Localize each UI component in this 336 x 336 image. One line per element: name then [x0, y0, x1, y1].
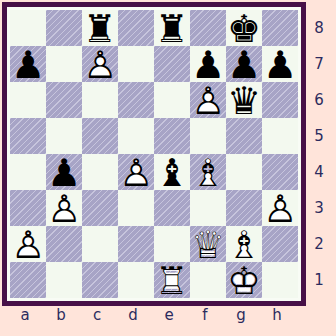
square-f1[interactable]: [190, 262, 226, 298]
square-f7[interactable]: ♟: [190, 46, 226, 82]
square-e2[interactable]: [154, 226, 190, 262]
file-label-b: b: [43, 302, 79, 328]
square-a1[interactable]: [10, 262, 46, 298]
piece-white-pawn[interactable]: ♟♙: [83, 46, 117, 82]
square-e5[interactable]: [154, 118, 190, 154]
square-d7[interactable]: [118, 46, 154, 82]
piece-black-pawn[interactable]: ♟: [47, 154, 81, 190]
piece-white-bishop[interactable]: ♝♗: [227, 226, 261, 262]
square-a5[interactable]: [10, 118, 46, 154]
file-label-c: c: [79, 302, 115, 328]
piece-outline: ♔: [227, 262, 261, 298]
square-g8[interactable]: ♚: [226, 10, 262, 46]
square-h3[interactable]: ♟♙: [262, 190, 298, 226]
piece-outline: ♖: [155, 262, 189, 298]
square-f3[interactable]: [190, 190, 226, 226]
square-g7[interactable]: ♟: [226, 46, 262, 82]
square-h8[interactable]: [262, 10, 298, 46]
rank-label-4: 4: [306, 154, 332, 190]
square-g2[interactable]: ♝♗: [226, 226, 262, 262]
square-a8[interactable]: [10, 10, 46, 46]
piece-outline: ♙: [47, 190, 81, 226]
square-h7[interactable]: ♟: [262, 46, 298, 82]
file-labels: abcdefgh: [7, 302, 295, 328]
piece-black-pawn[interactable]: ♟: [263, 46, 297, 82]
square-g3[interactable]: [226, 190, 262, 226]
square-h5[interactable]: [262, 118, 298, 154]
rank-label-2: 2: [306, 226, 332, 262]
piece-black-bishop[interactable]: ♝: [155, 154, 189, 190]
file-label-h: h: [259, 302, 295, 328]
piece-white-rook[interactable]: ♜♖: [155, 262, 189, 298]
square-b2[interactable]: [46, 226, 82, 262]
square-f8[interactable]: [190, 10, 226, 46]
piece-outline: ♙: [263, 190, 297, 226]
square-f6[interactable]: ♟♙: [190, 82, 226, 118]
square-h2[interactable]: [262, 226, 298, 262]
file-label-d: d: [115, 302, 151, 328]
piece-black-rook[interactable]: ♜: [83, 10, 117, 46]
piece-white-pawn[interactable]: ♟♙: [191, 82, 225, 118]
piece-white-pawn[interactable]: ♟♙: [263, 190, 297, 226]
piece-white-pawn[interactable]: ♟♙: [47, 190, 81, 226]
square-c8[interactable]: ♜: [82, 10, 118, 46]
square-h6[interactable]: [262, 82, 298, 118]
square-b6[interactable]: [46, 82, 82, 118]
square-c1[interactable]: [82, 262, 118, 298]
piece-black-pawn[interactable]: ♟: [191, 46, 225, 82]
square-d2[interactable]: [118, 226, 154, 262]
square-c6[interactable]: [82, 82, 118, 118]
square-h4[interactable]: [262, 154, 298, 190]
chess-diagram: ♜♜♚♟♟♙♟♟♟♟♙♛♟♟♙♝♝♗♟♙♟♙♟♙♛♕♝♗♜♖♚♔ abcdefg…: [0, 0, 336, 336]
piece-outline: ♙: [119, 154, 153, 190]
square-g5[interactable]: [226, 118, 262, 154]
rank-label-5: 5: [306, 118, 332, 154]
square-e8[interactable]: ♜: [154, 10, 190, 46]
square-a4[interactable]: [10, 154, 46, 190]
piece-outline: ♗: [227, 226, 261, 262]
square-a2[interactable]: ♟♙: [10, 226, 46, 262]
rank-label-8: 8: [306, 10, 332, 46]
square-a7[interactable]: ♟: [10, 46, 46, 82]
square-d4[interactable]: ♟♙: [118, 154, 154, 190]
square-g4[interactable]: [226, 154, 262, 190]
square-b7[interactable]: [46, 46, 82, 82]
square-e7[interactable]: [154, 46, 190, 82]
square-g1[interactable]: ♚♔: [226, 262, 262, 298]
square-d5[interactable]: [118, 118, 154, 154]
piece-black-king[interactable]: ♚: [227, 10, 261, 46]
piece-black-queen[interactable]: ♛: [227, 82, 261, 118]
piece-outline: ♙: [191, 82, 225, 118]
square-a3[interactable]: [10, 190, 46, 226]
piece-white-queen[interactable]: ♛♕: [191, 226, 225, 262]
rank-label-3: 3: [306, 190, 332, 226]
square-d3[interactable]: [118, 190, 154, 226]
piece-black-pawn[interactable]: ♟: [11, 46, 45, 82]
square-c5[interactable]: [82, 118, 118, 154]
rank-label-6: 6: [306, 82, 332, 118]
square-c4[interactable]: [82, 154, 118, 190]
piece-outline: ♕: [191, 226, 225, 262]
square-d8[interactable]: [118, 10, 154, 46]
rank-labels: 87654321: [306, 10, 332, 298]
square-f5[interactable]: [190, 118, 226, 154]
chess-board: ♜♜♚♟♟♙♟♟♟♟♙♛♟♟♙♝♝♗♟♙♟♙♟♙♛♕♝♗♜♖♚♔: [10, 10, 298, 298]
square-g6[interactable]: ♛: [226, 82, 262, 118]
piece-outline: ♙: [11, 226, 45, 262]
square-d6[interactable]: [118, 82, 154, 118]
square-c3[interactable]: [82, 190, 118, 226]
piece-white-king[interactable]: ♚♔: [227, 262, 261, 298]
square-c7[interactable]: ♟♙: [82, 46, 118, 82]
square-b4[interactable]: ♟: [46, 154, 82, 190]
square-b5[interactable]: [46, 118, 82, 154]
square-e6[interactable]: [154, 82, 190, 118]
rank-label-7: 7: [306, 46, 332, 82]
rank-label-1: 1: [306, 262, 332, 298]
file-label-g: g: [223, 302, 259, 328]
file-label-e: e: [151, 302, 187, 328]
square-e4[interactable]: ♝: [154, 154, 190, 190]
board-frame: ♜♜♚♟♟♙♟♟♟♟♙♛♟♟♙♝♝♗♟♙♟♙♟♙♛♕♝♗♜♖♚♔: [2, 2, 306, 306]
piece-white-pawn[interactable]: ♟♙: [11, 226, 45, 262]
file-label-f: f: [187, 302, 223, 328]
square-e1[interactable]: ♜♖: [154, 262, 190, 298]
square-b1[interactable]: [46, 262, 82, 298]
piece-outline: ♙: [83, 46, 117, 82]
square-d1[interactable]: [118, 262, 154, 298]
piece-black-rook[interactable]: ♜: [155, 10, 189, 46]
file-label-a: a: [7, 302, 43, 328]
square-h1[interactable]: [262, 262, 298, 298]
square-e3[interactable]: [154, 190, 190, 226]
piece-white-bishop[interactable]: ♝♗: [191, 154, 225, 190]
square-b8[interactable]: [46, 10, 82, 46]
piece-black-pawn[interactable]: ♟: [227, 46, 261, 82]
piece-white-pawn[interactable]: ♟♙: [119, 154, 153, 190]
square-b3[interactable]: ♟♙: [46, 190, 82, 226]
square-c2[interactable]: [82, 226, 118, 262]
square-a6[interactable]: [10, 82, 46, 118]
piece-outline: ♗: [191, 154, 225, 190]
square-f4[interactable]: ♝♗: [190, 154, 226, 190]
square-f2[interactable]: ♛♕: [190, 226, 226, 262]
